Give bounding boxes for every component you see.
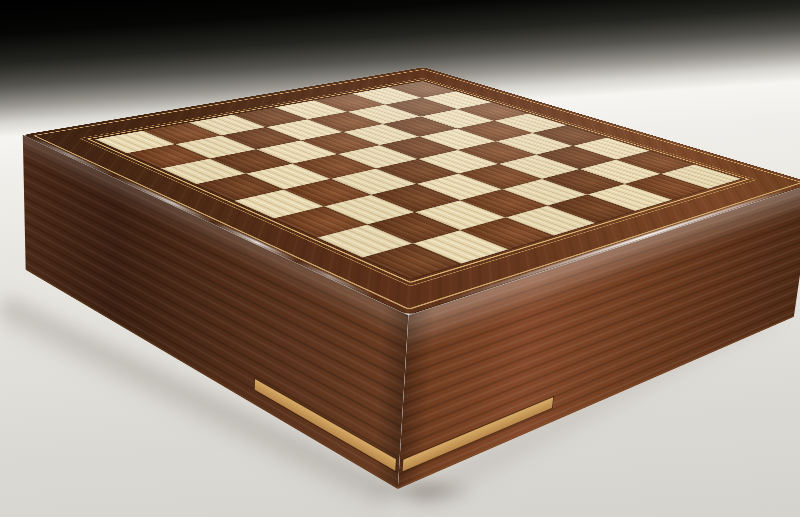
square-r5c6 xyxy=(415,200,505,230)
chess-board xyxy=(23,67,800,315)
square-r3c5 xyxy=(459,164,542,189)
square-r7c6 xyxy=(317,224,413,257)
square-r4c6 xyxy=(460,189,548,217)
square-r6c4 xyxy=(284,179,372,207)
square-r7c5 xyxy=(274,206,367,237)
square-r5c3 xyxy=(293,154,376,179)
square-r6c7 xyxy=(413,230,509,264)
square-r4c7 xyxy=(505,206,595,236)
square-r5c5 xyxy=(372,184,460,212)
square-r7c1 xyxy=(127,144,210,168)
square-r5c4 xyxy=(331,169,416,195)
square-r7c4 xyxy=(234,189,324,218)
square-r3c7 xyxy=(547,194,635,223)
square-r4c5 xyxy=(416,174,501,201)
square-r6c2 xyxy=(210,149,293,173)
square-r2c7 xyxy=(587,184,672,211)
square-r6c3 xyxy=(246,164,331,190)
square-r2c6 xyxy=(542,169,625,195)
square-r1c7 xyxy=(625,174,708,200)
studio-backdrop xyxy=(0,0,800,517)
square-r7c7 xyxy=(362,243,461,279)
square-r6c6 xyxy=(367,212,460,243)
square-r3c6 xyxy=(502,179,587,206)
square-r5c7 xyxy=(460,217,553,249)
square-r7c2 xyxy=(160,158,245,184)
square-r7c3 xyxy=(196,174,284,201)
square-r6c5 xyxy=(324,195,414,224)
square-r4c4 xyxy=(376,159,459,184)
